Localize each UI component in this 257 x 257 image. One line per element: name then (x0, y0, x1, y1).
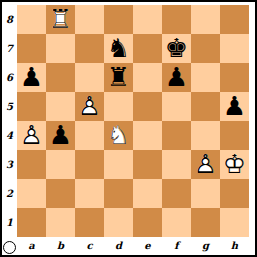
square-e8[interactable] (133, 5, 162, 34)
square-g1[interactable] (191, 208, 220, 237)
square-f2[interactable] (162, 179, 191, 208)
square-a6[interactable]: ♟ (17, 63, 46, 92)
square-a8[interactable] (17, 5, 46, 34)
file-label-h: h (220, 238, 249, 253)
file-label-f: f (162, 238, 191, 253)
square-d7[interactable]: ♞ (104, 34, 133, 63)
square-b1[interactable] (46, 208, 75, 237)
square-c7[interactable] (75, 34, 104, 63)
square-h4[interactable] (220, 121, 249, 150)
white-king-icon: ♚♔ (220, 150, 249, 179)
square-c5[interactable]: ♟♙ (75, 92, 104, 121)
square-h8[interactable] (220, 5, 249, 34)
black-king-icon: ♚ (162, 34, 191, 63)
square-a7[interactable] (17, 34, 46, 63)
black-knight-icon: ♞ (104, 34, 133, 63)
file-labels: abcdefgh (17, 238, 249, 253)
rank-label-3: 3 (2, 150, 17, 179)
square-d8[interactable] (104, 5, 133, 34)
chess-diagram: 87654321 ♜♖♞♚♟♜♟♟♙♟♟♙♟♞♘♟♙♚♔ abcdefgh (0, 0, 257, 257)
chess-board: ♜♖♞♚♟♜♟♟♙♟♟♙♟♞♘♟♙♚♔ (17, 5, 249, 237)
square-f1[interactable] (162, 208, 191, 237)
square-h3[interactable]: ♚♔ (220, 150, 249, 179)
rank-label-1: 1 (2, 208, 17, 237)
file-label-g: g (191, 238, 220, 253)
black-pawn-icon: ♟ (162, 63, 191, 92)
file-label-e: e (133, 238, 162, 253)
square-e5[interactable] (133, 92, 162, 121)
square-c3[interactable] (75, 150, 104, 179)
square-c1[interactable] (75, 208, 104, 237)
square-g5[interactable] (191, 92, 220, 121)
square-e3[interactable] (133, 150, 162, 179)
rank-label-8: 8 (2, 5, 17, 34)
black-rook-icon: ♜ (104, 63, 133, 92)
black-pawn-icon: ♟ (220, 92, 249, 121)
white-to-move-indicator (3, 241, 16, 254)
square-c2[interactable] (75, 179, 104, 208)
square-g3[interactable]: ♟♙ (191, 150, 220, 179)
square-b5[interactable] (46, 92, 75, 121)
white-pawn-icon: ♟♙ (191, 150, 220, 179)
square-d2[interactable] (104, 179, 133, 208)
rank-labels: 87654321 (2, 5, 17, 237)
square-a1[interactable] (17, 208, 46, 237)
file-label-d: d (104, 238, 133, 253)
square-c6[interactable] (75, 63, 104, 92)
square-h5[interactable]: ♟ (220, 92, 249, 121)
square-h7[interactable] (220, 34, 249, 63)
square-f3[interactable] (162, 150, 191, 179)
square-g6[interactable] (191, 63, 220, 92)
rank-label-2: 2 (2, 179, 17, 208)
square-d5[interactable] (104, 92, 133, 121)
black-pawn-icon: ♟ (17, 63, 46, 92)
square-a4[interactable]: ♟♙ (17, 121, 46, 150)
square-d6[interactable]: ♜ (104, 63, 133, 92)
black-pawn-icon: ♟ (46, 121, 75, 150)
file-label-a: a (17, 238, 46, 253)
square-a5[interactable] (17, 92, 46, 121)
square-b4[interactable]: ♟ (46, 121, 75, 150)
square-g7[interactable] (191, 34, 220, 63)
square-a3[interactable] (17, 150, 46, 179)
square-f4[interactable] (162, 121, 191, 150)
square-f8[interactable] (162, 5, 191, 34)
square-f7[interactable]: ♚ (162, 34, 191, 63)
white-rook-icon: ♜♖ (46, 5, 75, 34)
file-label-b: b (46, 238, 75, 253)
file-label-c: c (75, 238, 104, 253)
rank-label-4: 4 (2, 121, 17, 150)
square-d4[interactable]: ♞♘ (104, 121, 133, 150)
square-b3[interactable] (46, 150, 75, 179)
white-pawn-icon: ♟♙ (17, 121, 46, 150)
square-g8[interactable] (191, 5, 220, 34)
square-b6[interactable] (46, 63, 75, 92)
square-e2[interactable] (133, 179, 162, 208)
square-g4[interactable] (191, 121, 220, 150)
square-h1[interactable] (220, 208, 249, 237)
rank-label-7: 7 (2, 34, 17, 63)
square-b2[interactable] (46, 179, 75, 208)
square-b8[interactable]: ♜♖ (46, 5, 75, 34)
square-d3[interactable] (104, 150, 133, 179)
white-knight-icon: ♞♘ (104, 121, 133, 150)
square-f6[interactable]: ♟ (162, 63, 191, 92)
white-pawn-icon: ♟♙ (75, 92, 104, 121)
square-g2[interactable] (191, 179, 220, 208)
square-h2[interactable] (220, 179, 249, 208)
square-e7[interactable] (133, 34, 162, 63)
square-d1[interactable] (104, 208, 133, 237)
rank-label-6: 6 (2, 63, 17, 92)
square-e1[interactable] (133, 208, 162, 237)
square-h6[interactable] (220, 63, 249, 92)
square-c8[interactable] (75, 5, 104, 34)
rank-label-5: 5 (2, 92, 17, 121)
square-e4[interactable] (133, 121, 162, 150)
square-f5[interactable] (162, 92, 191, 121)
square-a2[interactable] (17, 179, 46, 208)
square-b7[interactable] (46, 34, 75, 63)
square-c4[interactable] (75, 121, 104, 150)
square-e6[interactable] (133, 63, 162, 92)
